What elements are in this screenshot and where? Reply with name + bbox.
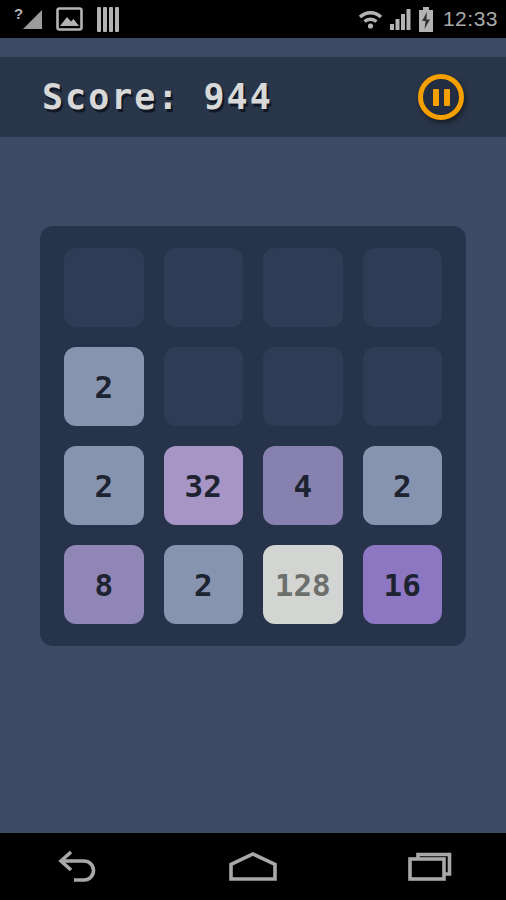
- empty-cell: [64, 248, 144, 327]
- tile-4: 4: [263, 446, 343, 525]
- score-text: Score: 944: [42, 77, 273, 117]
- battery-charging-icon: [418, 7, 434, 32]
- recents-button[interactable]: [395, 845, 463, 888]
- pause-button[interactable]: [418, 74, 464, 120]
- tile-2: 2: [363, 446, 443, 525]
- tile-2: 2: [64, 446, 144, 525]
- empty-cell: [263, 248, 343, 327]
- tile-8: 8: [64, 545, 144, 624]
- empty-cell: [263, 347, 343, 426]
- back-icon: [53, 849, 101, 884]
- tile-2: 2: [164, 545, 244, 624]
- tile-16: 16: [363, 545, 443, 624]
- unknown-signal-icon: ?: [14, 7, 42, 31]
- screenshot-icon: [56, 7, 83, 31]
- game-area: 2232428212816: [0, 137, 506, 833]
- recents-icon: [405, 851, 453, 882]
- empty-cell: [363, 248, 443, 327]
- top-strip: [0, 38, 506, 57]
- back-button[interactable]: [43, 843, 111, 890]
- status-bar-left: ?: [14, 7, 357, 32]
- board-grid[interactable]: 2232428212816: [40, 226, 466, 646]
- phone-screen: ?: [0, 0, 506, 900]
- pause-icon: [433, 89, 439, 106]
- navigation-bar: [0, 833, 506, 900]
- status-bar: ?: [0, 0, 506, 38]
- game-header: Score: 944: [0, 57, 506, 137]
- clock-text: 12:33: [443, 7, 498, 31]
- cell-signal-icon: [389, 7, 413, 31]
- empty-cell: [363, 347, 443, 426]
- home-icon: [227, 851, 279, 882]
- empty-cell: [164, 347, 244, 426]
- empty-cell: [164, 248, 244, 327]
- tile-32: 32: [164, 446, 244, 525]
- status-bar-right: 12:33: [357, 7, 498, 32]
- tile-128: 128: [263, 545, 343, 624]
- vertical-bars-icon: [97, 7, 119, 32]
- wifi-icon: [357, 8, 384, 30]
- tile-2: 2: [64, 347, 144, 426]
- home-button[interactable]: [217, 845, 289, 888]
